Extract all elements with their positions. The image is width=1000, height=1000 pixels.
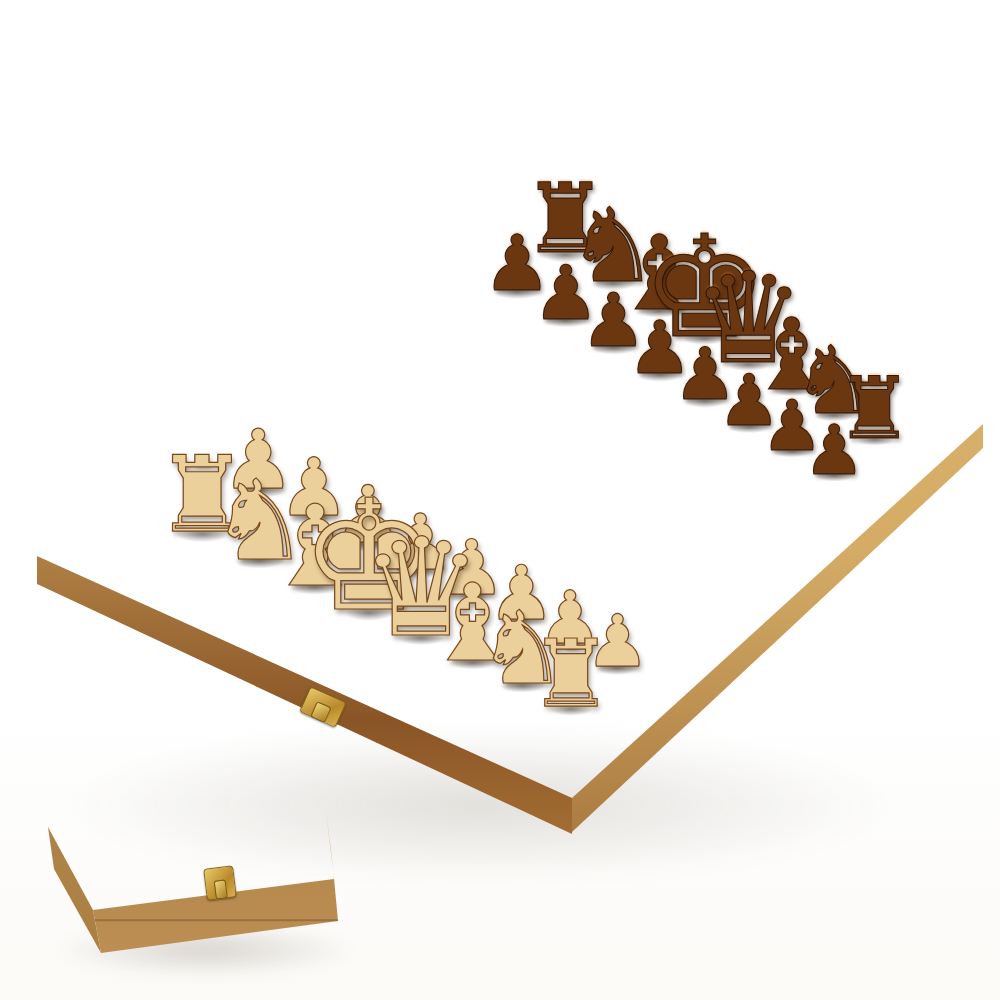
piece-light-pawn-c7: ♟ bbox=[488, 555, 555, 630]
piece-contact-shadow bbox=[728, 420, 771, 433]
square-h5 bbox=[312, 373, 418, 441]
bishop-glyph: ♝ bbox=[613, 213, 705, 333]
square-g3 bbox=[468, 324, 566, 390]
square-b5 bbox=[616, 532, 707, 595]
file-label-near-e: E bbox=[307, 643, 333, 661]
piece-contact-shadow bbox=[855, 434, 895, 446]
piece-contact-shadow bbox=[589, 277, 635, 291]
piece-light-pawn-a7: ♟ bbox=[585, 605, 650, 677]
square-g2 bbox=[518, 287, 614, 352]
pawn-glyph: ♟ bbox=[673, 332, 738, 416]
square-g5 bbox=[366, 401, 469, 468]
square-c8 bbox=[422, 628, 522, 694]
piece-light-king-e8: ♚ bbox=[300, 481, 437, 634]
piece-contact-shadow bbox=[344, 606, 394, 621]
square-a7 bbox=[570, 635, 663, 699]
piece-dark-queen-d1: ♛ bbox=[692, 255, 805, 381]
queen-glyph: ♛ bbox=[692, 244, 805, 391]
square-b8 bbox=[473, 653, 571, 718]
file-label-far-c: C bbox=[819, 349, 840, 365]
rank-label-right-6: 6 bbox=[694, 642, 714, 654]
piece-contact-shadow bbox=[548, 702, 593, 716]
knight-glyph: ♞ bbox=[210, 456, 310, 585]
rook-glyph: ♜ bbox=[529, 620, 612, 728]
piece-contact-shadow bbox=[637, 368, 682, 382]
square-f4 bbox=[469, 390, 567, 456]
square-g7 bbox=[259, 483, 367, 552]
piece-dark-king-e1: ♚ bbox=[641, 216, 767, 357]
square-c2 bbox=[705, 395, 791, 457]
pawn-glyph: ♟ bbox=[537, 575, 602, 660]
piece-contact-shadow bbox=[542, 313, 589, 327]
square-e3 bbox=[567, 379, 660, 443]
piece-contact-shadow bbox=[288, 510, 340, 526]
piece-contact-shadow bbox=[541, 248, 589, 263]
rank-label-right-1: 1 bbox=[903, 455, 921, 467]
piece-contact-shadow bbox=[813, 409, 854, 422]
square-b4 bbox=[662, 494, 750, 556]
piece-contact-shadow bbox=[814, 470, 855, 482]
file-label-far-d: D bbox=[777, 323, 798, 339]
border-outline-line bbox=[52, 172, 974, 791]
piece-dark-pawn-g2: ♟ bbox=[532, 255, 599, 330]
square-e5 bbox=[470, 456, 568, 522]
pawn-glyph: ♟ bbox=[386, 498, 455, 587]
pawn-glyph: ♟ bbox=[585, 599, 650, 683]
rook-glyph: ♜ bbox=[155, 434, 249, 556]
square-e7 bbox=[368, 536, 471, 603]
square-c7 bbox=[472, 587, 570, 653]
square-b2 bbox=[749, 420, 833, 481]
piece-contact-shadow bbox=[396, 563, 445, 578]
square-f6 bbox=[367, 469, 470, 536]
piece-dark-pawn-a2: ♟ bbox=[803, 416, 865, 485]
rank-label-left-6: 6 bbox=[250, 415, 275, 429]
pawn-glyph: ♟ bbox=[717, 359, 781, 442]
square-f1 bbox=[613, 279, 704, 342]
square-e1 bbox=[659, 306, 748, 369]
rank-label-right-2: 2 bbox=[863, 491, 881, 503]
coordinate-labels: HH11GG22FF33EE44DD55CC66BB77AA88 bbox=[564, 164, 983, 424]
piece-dark-pawn-d2: ♟ bbox=[673, 338, 738, 410]
square-f5 bbox=[419, 429, 519, 496]
square-b6 bbox=[570, 571, 663, 635]
square-c6 bbox=[521, 547, 616, 612]
pawn-glyph: ♟ bbox=[278, 442, 350, 535]
square-h3 bbox=[417, 296, 517, 363]
rank-label-right-3: 3 bbox=[822, 527, 840, 539]
square-a3 bbox=[750, 481, 834, 542]
piece-light-knight-g8: ♞ bbox=[210, 465, 310, 576]
piece-dark-pawn-c2: ♟ bbox=[717, 365, 781, 436]
pawn-glyph: ♟ bbox=[488, 548, 555, 636]
file-label-far-e: E bbox=[734, 297, 755, 313]
piece-contact-shadow bbox=[175, 526, 229, 543]
file-label-near-f: F bbox=[252, 617, 278, 635]
piece-light-pawn-h7: ♟ bbox=[222, 419, 296, 501]
rank-label-left-4: 4 bbox=[358, 334, 382, 348]
piece-contact-shadow bbox=[498, 614, 545, 628]
pawn-glyph: ♟ bbox=[222, 412, 296, 507]
piece-contact-shadow bbox=[493, 285, 542, 300]
pawn-glyph: ♟ bbox=[761, 384, 824, 466]
rank-label-right-4: 4 bbox=[780, 564, 799, 576]
fold-seam bbox=[321, 301, 787, 686]
file-label-far-a: A bbox=[901, 399, 921, 414]
square-d5 bbox=[520, 482, 615, 547]
piece-contact-shadow bbox=[590, 341, 636, 355]
square-h8 bbox=[144, 497, 259, 568]
board-border-wood: HH11GG22FF33EE44DD55CC66BB77AA88 bbox=[37, 164, 983, 798]
piece-contact-shadow bbox=[499, 679, 545, 693]
king-glyph: ♚ bbox=[641, 204, 767, 368]
rank-label-left-8: 8 bbox=[136, 500, 162, 515]
rank-label-left-7: 7 bbox=[193, 457, 219, 472]
square-a2 bbox=[793, 445, 875, 505]
file-label-near-h: H bbox=[135, 563, 165, 583]
square-g8 bbox=[203, 525, 314, 595]
piece-dark-bishop-c1: ♝ bbox=[747, 304, 836, 403]
rank-label-left-5: 5 bbox=[304, 374, 328, 388]
piece-contact-shadow bbox=[595, 661, 639, 675]
piece-dark-pawn-b2: ♟ bbox=[761, 390, 824, 460]
rook-glyph: ♜ bbox=[836, 358, 913, 458]
square-b7 bbox=[522, 611, 617, 676]
file-label-far-h: H bbox=[596, 213, 620, 230]
square-e6 bbox=[420, 496, 520, 562]
file-label-far-g: G bbox=[643, 242, 667, 259]
square-c1 bbox=[749, 359, 833, 420]
file-label-far-b: B bbox=[861, 375, 881, 390]
piece-contact-shadow bbox=[289, 580, 341, 596]
square-e2 bbox=[614, 342, 705, 405]
rank-label-left-1: 1 bbox=[510, 221, 532, 235]
piece-contact-shadow bbox=[636, 305, 681, 319]
bishop-glyph: ♝ bbox=[425, 561, 521, 685]
square-h1 bbox=[517, 222, 613, 287]
piece-contact-shadow bbox=[397, 631, 446, 646]
square-h6 bbox=[258, 414, 367, 483]
piece-contact-shadow bbox=[233, 553, 286, 569]
piece-light-rook-h8: ♜ bbox=[155, 443, 249, 548]
chess-board: HH11GG22FF33EE44DD55CC66BB77AA88 bbox=[37, 164, 983, 798]
piece-contact-shadow bbox=[232, 483, 285, 499]
square-f7 bbox=[314, 510, 420, 578]
piece-contact-shadow bbox=[682, 332, 726, 346]
square-a6 bbox=[617, 595, 708, 658]
pawn-glyph: ♟ bbox=[532, 248, 599, 336]
pawn-glyph: ♟ bbox=[438, 523, 506, 612]
piece-light-queen-d8: ♛ bbox=[360, 520, 482, 656]
square-c4 bbox=[615, 469, 706, 532]
piece-light-pawn-e7: ♟ bbox=[386, 504, 455, 581]
square-g6 bbox=[313, 442, 419, 510]
piece-contact-shadow bbox=[448, 589, 496, 604]
square-d6 bbox=[471, 521, 569, 587]
square-c3 bbox=[661, 431, 750, 493]
rank-label-right-7: 7 bbox=[650, 682, 670, 694]
folded-box-brass-clasp bbox=[203, 865, 237, 900]
piece-contact-shadow bbox=[547, 638, 592, 652]
piece-contact-shadow bbox=[771, 445, 813, 458]
piece-light-bishop-f8: ♝ bbox=[265, 490, 365, 602]
piece-light-bishop-c8: ♝ bbox=[425, 570, 521, 677]
piece-contact-shadow bbox=[727, 358, 770, 371]
board-drop-shadow bbox=[30, 720, 930, 890]
square-b1 bbox=[792, 384, 874, 444]
file-label-near-g: G bbox=[193, 590, 223, 609]
border-dashed-line-outer bbox=[77, 185, 958, 777]
piece-dark-knight-g1: ♞ bbox=[567, 195, 658, 297]
pawn-glyph: ♟ bbox=[483, 219, 552, 308]
square-d2 bbox=[660, 369, 749, 432]
piece-dark-pawn-f2: ♟ bbox=[580, 283, 646, 357]
square-h7 bbox=[202, 455, 314, 525]
file-label-near-c: C bbox=[414, 692, 440, 710]
piece-light-knight-b8: ♞ bbox=[477, 598, 568, 699]
square-h4 bbox=[365, 334, 468, 402]
piece-contact-shadow bbox=[770, 384, 812, 397]
piece-dark-pawn-e2: ♟ bbox=[627, 311, 692, 384]
knight-glyph: ♞ bbox=[567, 186, 658, 305]
square-b3 bbox=[706, 457, 792, 519]
square-f8 bbox=[260, 552, 368, 621]
pawn-glyph: ♟ bbox=[627, 305, 692, 390]
square-h2 bbox=[468, 258, 566, 324]
square-d8 bbox=[369, 604, 472, 671]
square-d3 bbox=[615, 406, 706, 469]
square-d4 bbox=[568, 443, 661, 507]
rank-label-left-2: 2 bbox=[460, 258, 482, 272]
piece-light-pawn-b7: ♟ bbox=[537, 581, 602, 654]
square-d1 bbox=[705, 333, 792, 395]
rank-label-left-3: 3 bbox=[410, 296, 433, 310]
square-f3 bbox=[518, 352, 613, 417]
square-a1 bbox=[834, 409, 915, 469]
square-c5 bbox=[569, 507, 662, 571]
chess-set-product-photo: HH11GG22FF33EE44DD55CC66BB77AA88 ♜♞♟♝♟♚♟… bbox=[0, 0, 1000, 1000]
piece-dark-rook-h1: ♜ bbox=[522, 172, 608, 268]
file-label-far-f: F bbox=[689, 270, 710, 285]
pawn-glyph: ♟ bbox=[580, 277, 646, 363]
piece-dark-bishop-f1: ♝ bbox=[613, 222, 705, 325]
square-g1 bbox=[566, 251, 659, 315]
queen-glyph: ♛ bbox=[360, 509, 482, 667]
rank-label-right-5: 5 bbox=[738, 603, 757, 615]
rook-glyph: ♜ bbox=[522, 164, 608, 276]
piece-light-pawn-d7: ♟ bbox=[438, 530, 506, 606]
pawn-glyph: ♟ bbox=[332, 469, 403, 561]
bishop-glyph: ♝ bbox=[747, 296, 836, 411]
piece-contact-shadow bbox=[683, 394, 727, 407]
square-d7 bbox=[421, 562, 521, 628]
piece-light-pawn-f7: ♟ bbox=[332, 476, 403, 555]
square-a5 bbox=[662, 556, 750, 618]
piece-dark-pawn-h2: ♟ bbox=[483, 225, 552, 302]
knight-glyph: ♞ bbox=[791, 326, 875, 435]
piece-light-pawn-g7: ♟ bbox=[278, 449, 350, 529]
square-f2 bbox=[566, 315, 659, 379]
piece-light-rook-a8: ♜ bbox=[529, 628, 612, 721]
piece-dark-knight-b1: ♞ bbox=[791, 334, 875, 428]
piece-contact-shadow bbox=[343, 537, 394, 552]
bishop-glyph: ♝ bbox=[265, 481, 365, 611]
file-label-near-d: D bbox=[361, 667, 387, 685]
square-e4 bbox=[519, 417, 614, 482]
piece-contact-shadow bbox=[449, 655, 497, 670]
knight-glyph: ♞ bbox=[477, 589, 568, 707]
pawn-glyph: ♟ bbox=[803, 410, 865, 490]
square-e8 bbox=[315, 578, 421, 646]
clasp-tongue bbox=[214, 879, 228, 900]
piece-dark-rook-a1: ♜ bbox=[836, 365, 913, 451]
square-a4 bbox=[707, 518, 793, 580]
square-g4 bbox=[418, 362, 518, 429]
king-glyph: ♚ bbox=[300, 468, 437, 646]
